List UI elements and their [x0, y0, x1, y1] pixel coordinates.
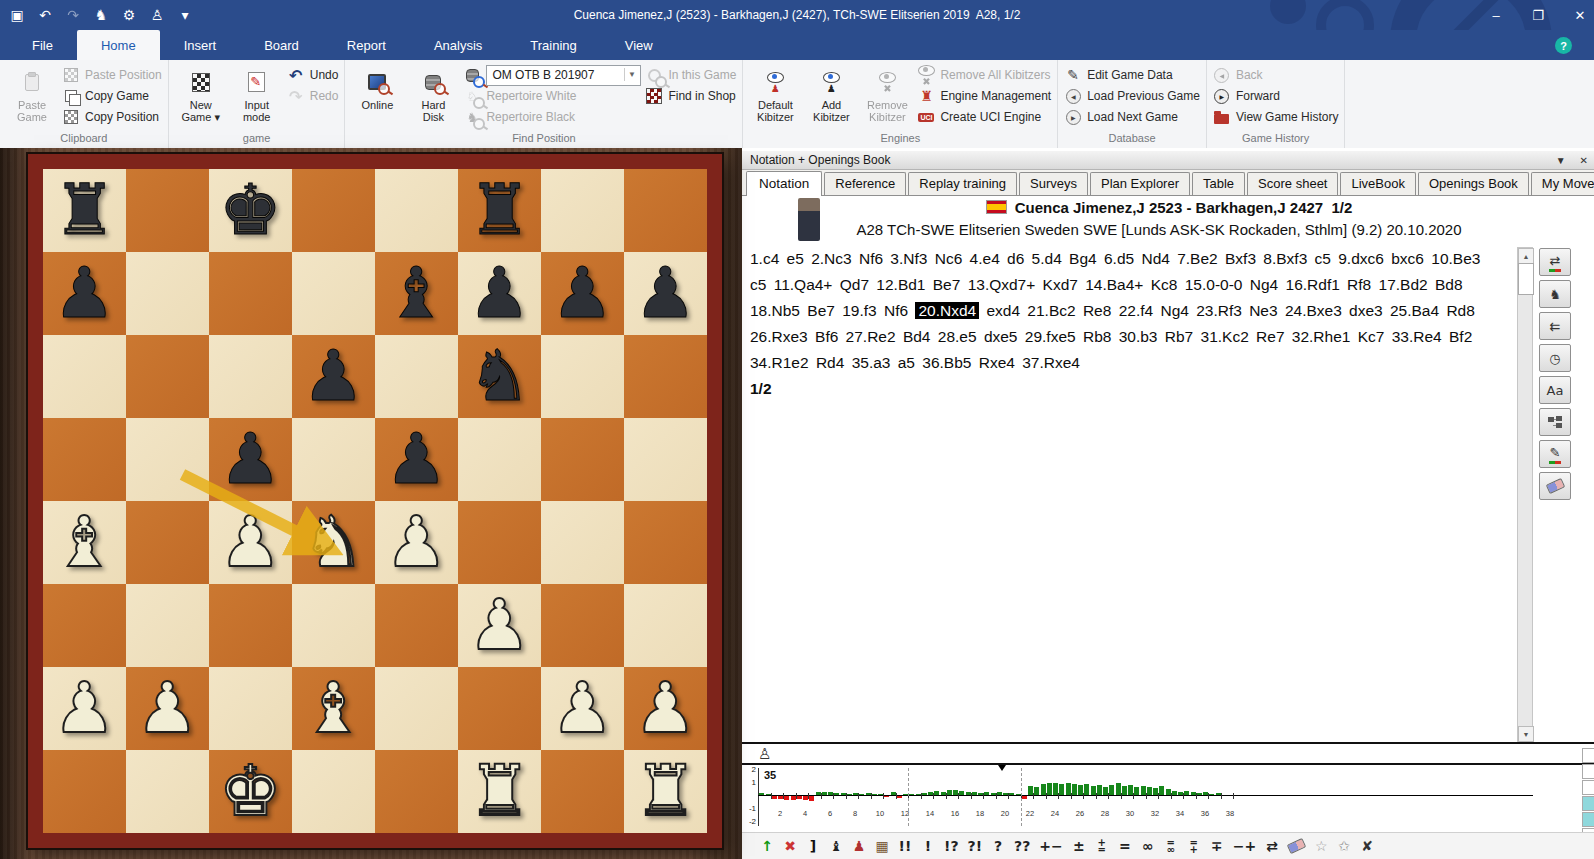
eval-bar — [891, 792, 896, 795]
white-pawn[interactable]: ♟ — [624, 667, 707, 750]
menu-tab-view[interactable]: View — [601, 30, 677, 60]
tab-notation[interactable]: Notation — [746, 171, 822, 196]
square-g4[interactable] — [541, 501, 624, 584]
hard-disk-icon — [424, 73, 442, 91]
ribbon-group-find-position: OnlineHardDiskOM OTB B 201907▼♘Repertoir… — [345, 60, 743, 148]
new-game-icon — [192, 73, 210, 91]
tab-surveys[interactable]: Surveys — [1019, 172, 1088, 195]
eval-bar — [1072, 784, 1077, 795]
black-rook[interactable]: ♜ — [43, 169, 126, 252]
eval-bar — [972, 792, 977, 795]
chart-dashed-line — [908, 768, 909, 826]
help-icon[interactable]: ? — [1555, 37, 1572, 54]
chess-board[interactable]: ♜♚♜♟♝♟♟♟♟♞♟♟♝♟♞♟♟♟♟♝♟♟♚♜♜ — [43, 169, 707, 833]
square-h7[interactable]: ♟ — [624, 252, 707, 335]
dubious-move-button[interactable]: ?! — [968, 838, 983, 854]
save-icon[interactable]: ▣ — [8, 7, 26, 23]
database-combo[interactable]: OM OTB B 201907▼ — [486, 65, 641, 86]
pane-title-bar[interactable]: Notation + Openings Book ▼ ✕ — [742, 151, 1594, 170]
brilliant-move-button[interactable]: !! — [898, 838, 912, 854]
copy-game-button[interactable]: Copy Game — [62, 87, 162, 105]
black-pawn[interactable]: ♟ — [624, 252, 707, 335]
eval-bar — [928, 792, 933, 795]
ribbon-group-game-history: ◀Back▶ForwardView Game HistoryGame Histo… — [1207, 60, 1345, 148]
eval-bar — [1159, 786, 1164, 795]
square-e3[interactable] — [375, 584, 458, 667]
menu-tab-home[interactable]: Home — [77, 30, 160, 60]
white-pawn[interactable]: ♟ — [43, 667, 126, 750]
eval-bar — [1166, 789, 1171, 796]
game-header: Cuenca Jimenez,J 2523 - Barkhagen,J 2427… — [742, 196, 1594, 242]
undo-button[interactable]: ↶Undo — [287, 66, 339, 84]
new-game-button[interactable]: NewGame ▾ — [175, 62, 227, 131]
eval-bar — [1197, 793, 1202, 795]
notation-scrollbar[interactable]: ▲ ▼ — [1517, 247, 1533, 743]
square-c1[interactable]: ♚ — [209, 750, 292, 833]
black-pawn[interactable]: ♟ — [43, 252, 126, 335]
white-bishop[interactable]: ♝ — [43, 501, 126, 584]
eval-bar — [866, 793, 871, 795]
customize-toolbar-icon[interactable]: ▾ — [176, 7, 194, 23]
copy-position-button[interactable]: Copy Position — [62, 108, 162, 126]
square-b5[interactable] — [126, 418, 209, 501]
square-b4[interactable] — [126, 501, 209, 584]
square-c8[interactable]: ♚ — [209, 169, 292, 252]
menu-tab-analysis[interactable]: Analysis — [410, 30, 506, 60]
square-e6[interactable] — [375, 335, 458, 418]
white-rook[interactable]: ♜ — [458, 750, 541, 833]
scrollbar-thumb[interactable] — [1518, 263, 1534, 295]
tab-replay-training[interactable]: Replay training — [908, 172, 1017, 195]
square-h3[interactable] — [624, 584, 707, 667]
copy-position-icon — [62, 108, 80, 126]
default-kibitzer-button[interactable]: ♟DefaultKibitzer — [749, 62, 801, 131]
kibitzer-remove-icon: ✖ — [878, 73, 896, 91]
scroll-up-icon[interactable]: ▲ — [1518, 248, 1534, 264]
square-h2[interactable]: ♟ — [624, 667, 707, 750]
white-rook[interactable]: ♜ — [624, 750, 707, 833]
black-rook[interactable]: ♜ — [458, 169, 541, 252]
counterplay-button[interactable]: ⇄ — [1265, 838, 1279, 854]
square-b6[interactable] — [126, 335, 209, 418]
square-a6[interactable] — [43, 335, 126, 418]
insert-diagram-button[interactable]: ▦ — [875, 838, 889, 854]
square-g8[interactable] — [541, 169, 624, 252]
close-pane-icon[interactable]: ✕ — [1580, 155, 1588, 166]
online-button[interactable]: Online — [351, 62, 403, 131]
delete-variation-button[interactable]: ✖ — [783, 838, 797, 854]
eval-bar — [1066, 783, 1071, 795]
eval-bar — [1134, 787, 1139, 795]
square-b1[interactable] — [126, 750, 209, 833]
eval-bar — [1178, 792, 1183, 795]
hard-disk-button[interactable]: HardDisk — [407, 62, 459, 131]
eval-bar — [978, 793, 983, 795]
create-uci-engine-button[interactable]: UCICreate UCI Engine — [917, 108, 1051, 126]
move-text[interactable]: 18.Nb5 Be7 19.f3 Nf6 — [750, 302, 915, 319]
square-d5[interactable] — [292, 418, 375, 501]
x-tick-label: 2 — [773, 809, 787, 818]
load-previous-game-icon: ◀ — [1064, 87, 1082, 105]
eval-bar — [1009, 793, 1014, 795]
tab-my-moves[interactable]: My Moves — [1531, 172, 1594, 195]
eval-bar — [1147, 787, 1152, 795]
black-pawn[interactable]: ♟ — [541, 252, 624, 335]
white-winning-button[interactable]: +− — [1039, 838, 1062, 854]
view-game-history-button[interactable]: View Game History — [1213, 108, 1338, 126]
x-tick-label: 14 — [923, 809, 937, 818]
white-pawn[interactable]: ♟ — [458, 584, 541, 667]
menu-tab-report[interactable]: Report — [323, 30, 410, 60]
repertoire-black-icon: ♞ — [463, 108, 481, 126]
load-next-game-button[interactable]: ▶Load Next Game — [1064, 108, 1200, 126]
x-tick-label: 34 — [1173, 809, 1187, 818]
window-title: Cuenca Jimenez,J (2523) - Barkhagen,J (2… — [0, 0, 1594, 30]
white-knight[interactable]: ♞ — [292, 501, 375, 584]
x-tick-label: 36 — [1198, 809, 1212, 818]
black-pawn[interactable]: ♟ — [375, 418, 458, 501]
chart-mini-strip[interactable] — [1582, 748, 1594, 843]
square-a1[interactable] — [43, 750, 126, 833]
square-f1[interactable]: ♜ — [458, 750, 541, 833]
square-g1[interactable] — [541, 750, 624, 833]
tab-table[interactable]: Table — [1192, 172, 1245, 195]
tools-icon[interactable]: ⚙ — [120, 7, 138, 23]
square-f4[interactable] — [458, 501, 541, 584]
x-tick-label: 28 — [1098, 809, 1112, 818]
square-a2[interactable]: ♟ — [43, 667, 126, 750]
square-d1[interactable] — [292, 750, 375, 833]
eval-bar — [766, 794, 771, 795]
eval-bar — [822, 792, 827, 795]
square-h5[interactable] — [624, 418, 707, 501]
promote-variation-button[interactable]: ↑ — [760, 838, 774, 854]
eval-bar — [984, 792, 989, 795]
y-tick-label: 1 — [744, 778, 756, 787]
restore-button[interactable]: ❐ — [1530, 8, 1546, 23]
square-h8[interactable] — [624, 169, 707, 252]
square-a4[interactable]: ♝ — [43, 501, 126, 584]
engine-knight-button[interactable]: ♞ — [1539, 280, 1571, 308]
eval-bar — [897, 796, 902, 798]
x-tick-label: 16 — [948, 809, 962, 818]
square-e7[interactable]: ♝ — [375, 252, 458, 335]
square-b2[interactable]: ♟ — [126, 667, 209, 750]
eval-bar — [1184, 791, 1189, 795]
white-pawn[interactable]: ♟ — [375, 501, 458, 584]
forward-button[interactable]: ▶Forward — [1213, 87, 1338, 105]
find-in-shop-button[interactable]: Find in Shop — [645, 87, 736, 105]
square-g3[interactable] — [541, 584, 624, 667]
square-a8[interactable]: ♜ — [43, 169, 126, 252]
square-b7[interactable] — [126, 252, 209, 335]
back-button: ◀Back — [1213, 66, 1338, 84]
move-list[interactable]: 1.c4 e5 2.Nc3 Nf6 3.Nf3 Nc6 4.e4 d6 5.d4… — [750, 246, 1520, 676]
pencil-button[interactable]: ✎ — [1539, 440, 1571, 468]
square-h4[interactable] — [624, 501, 707, 584]
square-f6[interactable]: ♞ — [458, 335, 541, 418]
mini-strip-cell[interactable] — [1582, 796, 1594, 811]
eraser-button[interactable] — [1539, 472, 1571, 500]
white-bishop[interactable]: ♝ — [292, 667, 375, 750]
black-king[interactable]: ♚ — [209, 169, 292, 252]
good-move-button[interactable]: ! — [921, 838, 935, 854]
remove-all-kibitzers-button: ✖Remove All Kibitzers — [917, 66, 1051, 84]
eval-bar — [941, 792, 946, 795]
eval-bar — [878, 794, 883, 795]
eval-bar — [1091, 786, 1096, 795]
eval-bar — [997, 792, 1002, 795]
redo-button: ↷Redo — [287, 87, 339, 105]
eval-bar — [1172, 791, 1177, 795]
square-c6[interactable] — [209, 335, 292, 418]
square-d4[interactable]: ♞ — [292, 501, 375, 584]
redo-icon[interactable]: ↷ — [64, 7, 82, 23]
eval-bar — [884, 796, 889, 797]
end-variation-button[interactable]: ] — [806, 838, 820, 854]
eval-bar — [1028, 786, 1033, 795]
eval-bar — [809, 796, 814, 801]
evaluation-chart[interactable]: 3521-1-224681012141618202224262830323436… — [742, 765, 1594, 832]
collapse-arrow-icon[interactable]: ▼ — [1556, 155, 1566, 166]
black-pawn[interactable]: ♟ — [292, 335, 375, 418]
move-text[interactable]: c5 11.Qa4+ Qd7 12.Bd1 Be7 13.Qxd7+ Kxd7 … — [750, 276, 1463, 293]
ribbon-group-engines: ♟DefaultKibitzer♟AddKibitzer✖RemoveKibit… — [743, 60, 1058, 148]
eval-bar — [916, 794, 921, 795]
mini-strip-cell[interactable] — [1582, 780, 1594, 795]
black-winning-button[interactable]: −+ — [1233, 838, 1256, 854]
star-plus-button[interactable]: ✩ — [1337, 838, 1351, 854]
square-c2[interactable] — [209, 667, 292, 750]
menu-tab-file[interactable]: File — [8, 30, 77, 60]
square-c3[interactable] — [209, 584, 292, 667]
in-this-game-button: In this Game — [645, 66, 736, 84]
eval-bar — [1003, 793, 1008, 795]
eval-bar — [909, 794, 914, 795]
scroll-down-icon[interactable]: ▼ — [1518, 726, 1534, 742]
menu-tab-board[interactable]: Board — [240, 30, 323, 60]
delete-annotations-button[interactable]: ✘ — [1360, 838, 1374, 854]
paste-position-button: Paste Position — [62, 66, 162, 84]
square-d6[interactable]: ♟ — [292, 335, 375, 418]
square-a3[interactable] — [43, 584, 126, 667]
square-a7[interactable]: ♟ — [43, 252, 126, 335]
tab-score-sheet[interactable]: Score sheet — [1247, 172, 1338, 195]
eval-bar — [947, 790, 952, 795]
eval-bar — [1053, 783, 1058, 795]
current-move-marker — [998, 765, 1006, 771]
eval-bar — [1153, 788, 1158, 795]
edit-game-data-icon: ✎ — [1064, 66, 1082, 84]
eval-bar — [959, 791, 964, 795]
variation-arrows-icon: ⇄ — [1550, 253, 1561, 268]
equal-button[interactable]: = — [1118, 838, 1132, 854]
move-text[interactable]: 34.R1e2 Rd4 35.a3 a5 36.Bb5 Rxe4 37.Rxe4 — [750, 354, 1080, 371]
repertoire-white-icon: ♘ — [463, 87, 481, 105]
eval-bar — [828, 792, 833, 795]
window-controls: – ❐ ✕ — [1488, 0, 1588, 30]
eval-bar — [1116, 783, 1121, 795]
font-size-icon: Aa — [1547, 383, 1564, 398]
square-g7[interactable]: ♟ — [541, 252, 624, 335]
branch-arrows-button[interactable]: ⇇ — [1539, 312, 1571, 340]
eval-bar — [1059, 784, 1064, 795]
chart-dashed-line — [1021, 768, 1022, 826]
book-splitter[interactable]: ♙ — [742, 742, 1594, 765]
square-h1[interactable]: ♜ — [624, 750, 707, 833]
eval-bar — [859, 794, 864, 795]
eval-bar — [1047, 783, 1052, 795]
x-tick-label: 4 — [798, 809, 812, 818]
square-f5[interactable] — [458, 418, 541, 501]
edit-game-data-button[interactable]: ✎Edit Game Data — [1064, 66, 1200, 84]
eval-bar — [1078, 785, 1083, 795]
y-tick-label: -2 — [744, 817, 756, 826]
eval-bar — [1097, 785, 1102, 795]
eval-bar — [1203, 792, 1208, 795]
square-c5[interactable]: ♟ — [209, 418, 292, 501]
square-f3[interactable]: ♟ — [458, 584, 541, 667]
square-e2[interactable] — [375, 667, 458, 750]
eval-bar — [1209, 794, 1214, 795]
black-slightly-better-button[interactable]: =+ — [1187, 839, 1201, 853]
square-d8[interactable] — [292, 169, 375, 252]
black-bishop[interactable]: ♝ — [375, 252, 458, 335]
eval-bar — [1141, 786, 1146, 795]
x-tick-label: 8 — [848, 809, 862, 818]
square-e8[interactable] — [375, 169, 458, 252]
ribbon-group-game: NewGame ▾Inputmode↶Undo↷Redogame — [169, 60, 346, 148]
square-b3[interactable] — [126, 584, 209, 667]
x-tick-label: 10 — [873, 809, 887, 818]
board-frame: ♜♚♜♟♝♟♟♟♟♞♟♟♝♟♞♟♟♟♟♝♟♟♚♜♜ — [28, 154, 722, 848]
x-tick-label: 12 — [898, 809, 912, 818]
spain-flag-icon — [986, 200, 1007, 214]
eval-bar — [1103, 787, 1108, 795]
eraser-button[interactable] — [1288, 841, 1305, 851]
square-d7[interactable] — [292, 252, 375, 335]
menu-tab-training[interactable]: Training — [506, 30, 600, 60]
square-g6[interactable] — [541, 335, 624, 418]
clock-button[interactable]: ◷ — [1539, 344, 1571, 372]
unclear-button[interactable]: ∞ — [1141, 838, 1155, 854]
move-text[interactable]: 26.Rxe3 Bf6 27.Re2 Bd4 28.e5 dxe5 29.fxe… — [750, 328, 1472, 345]
tree-icon — [1548, 416, 1562, 428]
eval-bar — [1122, 786, 1127, 795]
variation-arrows-button[interactable]: ⇄ — [1539, 248, 1571, 276]
square-h6[interactable] — [624, 335, 707, 418]
undo-icon: ↶ — [287, 66, 305, 84]
mini-strip-cell[interactable] — [1582, 764, 1594, 779]
tree-button[interactable] — [1539, 408, 1571, 436]
minimize-button[interactable]: – — [1488, 8, 1504, 23]
paste-game-button: PasteGame — [6, 62, 58, 131]
blunder-button[interactable]: ?? — [1014, 838, 1030, 854]
white-pawn[interactable]: ♟ — [541, 667, 624, 750]
input-mode-button[interactable]: Inputmode — [231, 62, 283, 131]
chart-y-axis — [758, 768, 759, 826]
tab-openings-book[interactable]: Openings Book — [1418, 172, 1529, 195]
square-g5[interactable] — [541, 418, 624, 501]
compensation-button[interactable]: =∞ — [1164, 839, 1178, 853]
square-e5[interactable]: ♟ — [375, 418, 458, 501]
paste-icon — [23, 73, 41, 91]
white-pawn[interactable]: ♟ — [126, 667, 209, 750]
knight-sync-icon[interactable]: ♞ — [92, 7, 110, 23]
tab-plan-explorer[interactable]: Plan Explorer — [1090, 172, 1190, 195]
eval-bar — [791, 796, 796, 800]
black-pawn[interactable]: ♟ — [209, 418, 292, 501]
interesting-move-button[interactable]: !? — [944, 838, 959, 854]
notation-tabs: NotationReferenceReplay trainingSurveysP… — [742, 170, 1594, 196]
undo-icon[interactable]: ↶ — [36, 7, 54, 23]
square-g2[interactable]: ♟ — [541, 667, 624, 750]
notation-panel: Notation + Openings Book ▼ ✕ NotationRef… — [740, 148, 1594, 859]
square-e1[interactable] — [375, 750, 458, 833]
combo-value: OM OTB B 201907 — [492, 68, 594, 82]
insert-black-piece-button[interactable]: ♝ — [829, 838, 843, 854]
x-tick-label: 26 — [1073, 809, 1087, 818]
board-panel: ♜♚♜♟♝♟♟♟♟♞♟♟♝♟♞♟♟♟♟♝♟♟♚♜♜ — [0, 148, 740, 859]
square-f2[interactable] — [458, 667, 541, 750]
eval-bar — [816, 792, 821, 795]
square-d3[interactable] — [292, 584, 375, 667]
square-c7[interactable] — [209, 252, 292, 335]
pencil-icon: ✎ — [1550, 445, 1561, 460]
combo-dropdown-icon[interactable]: ▼ — [624, 68, 638, 81]
move-text[interactable]: exd4 21.Bc2 Re8 22.f4 Ng4 23.Rf3 Ne3 24.… — [979, 302, 1475, 319]
tab-reference[interactable]: Reference — [824, 172, 906, 195]
square-e4[interactable]: ♟ — [375, 501, 458, 584]
star-button[interactable]: ☆ — [1314, 838, 1328, 854]
square-f7[interactable]: ♟ — [458, 252, 541, 335]
square-b8[interactable] — [126, 169, 209, 252]
piece-icon[interactable]: ♙ — [148, 7, 166, 23]
mistake-button[interactable]: ? — [991, 838, 1005, 854]
square-c4[interactable]: ♟ — [209, 501, 292, 584]
close-button[interactable]: ✕ — [1572, 8, 1588, 23]
back-icon: ◀ — [1213, 66, 1231, 84]
font-size-button[interactable]: Aa — [1539, 376, 1571, 404]
black-knight[interactable]: ♞ — [458, 335, 541, 418]
tab-livebook[interactable]: LiveBook — [1340, 172, 1415, 195]
white-slightly-better-button[interactable]: += — [1095, 839, 1109, 853]
mini-strip-cell[interactable] — [1582, 812, 1594, 827]
black-better-button[interactable]: ∓ — [1210, 838, 1224, 854]
move-text[interactable]: 1.c4 e5 2.Nc3 Nf6 3.Nf3 Nc6 4.e4 d6 5.d4… — [750, 250, 1480, 267]
mini-strip-cell[interactable] — [1582, 748, 1594, 763]
x-tick-label: 18 — [973, 809, 987, 818]
white-king[interactable]: ♚ — [209, 750, 292, 833]
eval-bar — [834, 793, 839, 795]
add-kibitzer-button[interactable]: ♟AddKibitzer — [805, 62, 857, 131]
square-f8[interactable]: ♜ — [458, 169, 541, 252]
eval-bar — [759, 793, 764, 795]
engine-management-button[interactable]: ♜Engine Management — [917, 87, 1051, 105]
title-bar: ▣↶↷♞⚙♙▾ Cuenca Jimenez,J (2523) - Barkha… — [0, 0, 1594, 30]
menu-tab-insert[interactable]: Insert — [160, 30, 241, 60]
x-tick-label: 20 — [998, 809, 1012, 818]
white-better-button[interactable]: ± — [1072, 838, 1086, 854]
square-a5[interactable] — [43, 418, 126, 501]
current-move[interactable]: 20.Nxd4 — [915, 302, 979, 319]
square-d2[interactable]: ♝ — [292, 667, 375, 750]
load-previous-game-button[interactable]: ◀Load Previous Game — [1064, 87, 1200, 105]
white-pawn[interactable]: ♟ — [209, 501, 292, 584]
create-uci-engine-icon: UCI — [917, 108, 935, 126]
insert-red-piece-button[interactable]: ♟ — [852, 838, 866, 854]
black-pawn[interactable]: ♟ — [458, 252, 541, 335]
